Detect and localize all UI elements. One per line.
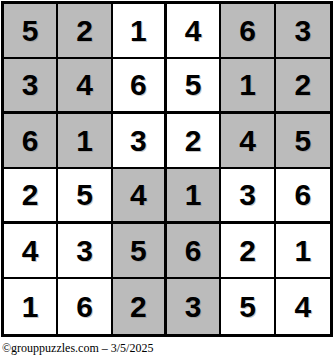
copyright-credit: ©grouppuzzles.com – 3/5/2025 <box>2 341 153 356</box>
cell-r2c2: 4 <box>58 59 112 114</box>
cell-r5c3: 5 <box>113 224 167 279</box>
cell-r4c2: 5 <box>58 169 112 224</box>
cell-r1c3: 1 <box>113 4 167 59</box>
cell-r6c6: 4 <box>276 279 330 334</box>
puzzle-page: 521463346512613245254136435621162354 ©gr… <box>0 0 335 357</box>
cell-r2c1: 3 <box>4 59 58 114</box>
cell-r1c4: 4 <box>167 4 221 59</box>
cell-r4c4: 1 <box>167 169 221 224</box>
cell-r6c4: 3 <box>167 279 221 334</box>
cell-r4c5: 3 <box>221 169 275 224</box>
cell-r1c1: 5 <box>4 4 58 59</box>
cell-r3c5: 4 <box>221 114 275 169</box>
cell-r2c6: 2 <box>276 59 330 114</box>
cell-r1c2: 2 <box>58 4 112 59</box>
sudoku-grid: 521463346512613245254136435621162354 <box>1 1 333 337</box>
cell-r4c3: 4 <box>113 169 167 224</box>
cell-r2c4: 5 <box>167 59 221 114</box>
cell-r3c2: 1 <box>58 114 112 169</box>
cell-r1c6: 3 <box>276 4 330 59</box>
cell-r3c4: 2 <box>167 114 221 169</box>
cell-r5c1: 4 <box>4 224 58 279</box>
cell-r3c6: 5 <box>276 114 330 169</box>
cell-r3c3: 3 <box>113 114 167 169</box>
cell-r6c3: 2 <box>113 279 167 334</box>
cell-r3c1: 6 <box>4 114 58 169</box>
cell-r2c3: 6 <box>113 59 167 114</box>
cell-r2c5: 1 <box>221 59 275 114</box>
cell-r6c2: 6 <box>58 279 112 334</box>
cell-r6c5: 5 <box>221 279 275 334</box>
cell-r5c6: 1 <box>276 224 330 279</box>
cell-r5c4: 6 <box>167 224 221 279</box>
cell-r1c5: 6 <box>221 4 275 59</box>
cell-r5c5: 2 <box>221 224 275 279</box>
cell-r4c6: 6 <box>276 169 330 224</box>
cell-r6c1: 1 <box>4 279 58 334</box>
cell-r4c1: 2 <box>4 169 58 224</box>
cell-r5c2: 3 <box>58 224 112 279</box>
